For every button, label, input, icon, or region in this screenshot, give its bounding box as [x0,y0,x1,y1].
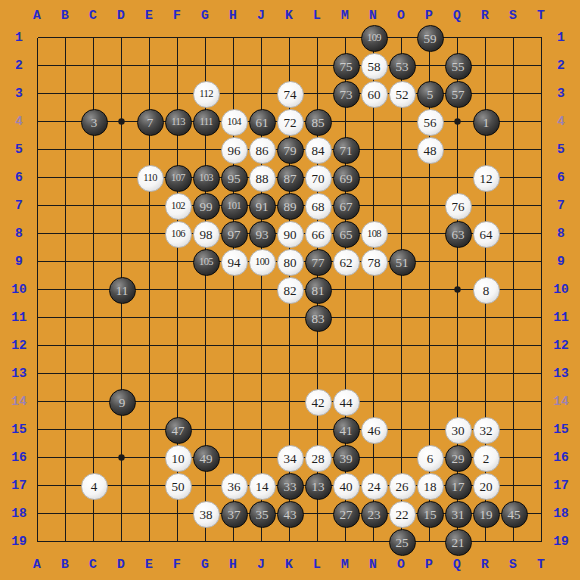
row-label-left-1: 1 [15,30,23,45]
col-label-bottom-F: F [173,557,181,572]
stone-move-number: 97 [228,228,241,241]
stone-black-M3[interactable]: 73 [333,81,360,108]
stone-move-number: 21 [452,536,465,549]
stone-black-M8[interactable]: 65 [333,221,360,248]
stone-black-G4[interactable]: 111 [193,109,220,136]
stone-white-R16[interactable]: 2 [473,445,500,472]
stone-black-J7[interactable]: 91 [249,193,276,220]
stone-black-M2[interactable]: 75 [333,53,360,80]
stone-move-number: 105 [199,257,213,268]
stone-move-number: 37 [228,508,241,521]
row-label-right-17: 17 [553,478,569,493]
col-label-bottom-P: P [425,557,433,572]
stone-black-Q2[interactable]: 55 [445,53,472,80]
stone-white-N15[interactable]: 46 [361,417,388,444]
stone-black-Q8[interactable]: 63 [445,221,472,248]
stone-black-S18[interactable]: 45 [501,501,528,528]
stone-white-L16[interactable]: 28 [305,445,332,472]
stone-move-number: 4 [91,480,98,493]
stone-move-number: 39 [340,452,353,465]
stone-black-K7[interactable]: 89 [277,193,304,220]
stone-white-J17[interactable]: 14 [249,473,276,500]
col-label-top-D: D [117,8,125,23]
stone-black-L17[interactable]: 13 [305,473,332,500]
row-label-left-4: 4 [15,114,23,129]
stone-black-L4[interactable]: 85 [305,109,332,136]
row-label-left-2: 2 [15,58,23,73]
row-label-right-5: 5 [557,142,565,157]
row-label-left-9: 9 [15,254,23,269]
stone-move-number: 32 [480,424,493,437]
stone-move-number: 86 [256,144,269,157]
stone-move-number: 55 [452,60,465,73]
stone-black-H8[interactable]: 97 [221,221,248,248]
row-label-left-11: 11 [11,310,27,325]
col-label-bottom-Q: Q [453,557,461,572]
stone-black-O2[interactable]: 53 [389,53,416,80]
stone-move-number: 82 [284,284,297,297]
stone-move-number: 64 [480,228,493,241]
row-label-left-18: 18 [11,506,27,521]
stone-move-number: 31 [452,508,465,521]
col-label-bottom-D: D [117,557,125,572]
stone-move-number: 20 [480,480,493,493]
stone-move-number: 80 [284,256,297,269]
stone-white-N17[interactable]: 24 [361,473,388,500]
stone-black-M7[interactable]: 67 [333,193,360,220]
row-label-right-14: 14 [553,394,569,409]
stone-move-number: 75 [340,60,353,73]
row-label-left-15: 15 [11,422,27,437]
stone-white-R17[interactable]: 20 [473,473,500,500]
stone-white-L14[interactable]: 42 [305,389,332,416]
col-label-bottom-M: M [341,557,349,572]
stone-black-N18[interactable]: 23 [361,501,388,528]
stone-move-number: 27 [340,508,353,521]
stone-white-P5[interactable]: 48 [417,137,444,164]
stone-white-M17[interactable]: 40 [333,473,360,500]
col-label-top-C: C [89,8,97,23]
stone-move-number: 14 [256,480,269,493]
stone-white-K9[interactable]: 80 [277,249,304,276]
col-label-bottom-N: N [369,557,377,572]
stone-move-number: 22 [396,508,409,521]
stone-move-number: 83 [312,312,325,325]
stone-move-number: 57 [452,88,465,101]
stone-move-number: 106 [171,229,185,240]
row-label-right-9: 9 [557,254,565,269]
stone-move-number: 48 [424,144,437,157]
stone-move-number: 46 [368,424,381,437]
stone-white-N2[interactable]: 58 [361,53,388,80]
stone-move-number: 71 [340,144,353,157]
stone-black-F4[interactable]: 113 [165,109,192,136]
stone-move-number: 2 [483,452,490,465]
stone-move-number: 84 [312,144,325,157]
row-label-left-19: 19 [11,534,27,549]
stone-white-R10[interactable]: 8 [473,277,500,304]
col-label-bottom-E: E [145,557,153,572]
stone-move-number: 56 [424,116,437,129]
row-label-right-8: 8 [557,226,565,241]
stone-move-number: 38 [200,508,213,521]
stone-black-M16[interactable]: 39 [333,445,360,472]
stone-white-H9[interactable]: 94 [221,249,248,276]
stone-move-number: 36 [228,480,241,493]
stone-move-number: 3 [91,116,98,129]
stone-move-number: 81 [312,284,325,297]
col-label-top-G: G [201,8,209,23]
stone-move-number: 8 [483,284,490,297]
stone-black-O9[interactable]: 51 [389,249,416,276]
star-point-Q10 [454,286,460,292]
stone-move-number: 15 [424,508,437,521]
col-label-bottom-J: J [257,557,265,572]
stone-black-K18[interactable]: 43 [277,501,304,528]
stone-move-number: 72 [284,116,297,129]
stone-white-G8[interactable]: 98 [193,221,220,248]
star-point-D16 [118,454,124,460]
stone-move-number: 58 [368,60,381,73]
stone-black-E4[interactable]: 7 [137,109,164,136]
stone-move-number: 102 [171,201,185,212]
stone-move-number: 29 [452,452,465,465]
stone-move-number: 67 [340,200,353,213]
stone-black-M6[interactable]: 69 [333,165,360,192]
stone-move-number: 100 [255,257,269,268]
col-label-top-F: F [173,8,181,23]
stone-black-H18[interactable]: 37 [221,501,248,528]
stone-black-L9[interactable]: 77 [305,249,332,276]
row-label-left-12: 12 [11,338,27,353]
stone-black-Q3[interactable]: 57 [445,81,472,108]
stone-move-number: 89 [284,200,297,213]
col-label-bottom-C: C [89,557,97,572]
stone-white-J6[interactable]: 88 [249,165,276,192]
stone-move-number: 65 [340,228,353,241]
stone-white-L7[interactable]: 68 [305,193,332,220]
stone-move-number: 19 [480,508,493,521]
col-label-bottom-O: O [397,557,405,572]
row-label-right-16: 16 [553,450,569,465]
col-label-bottom-S: S [509,557,517,572]
stone-move-number: 17 [452,480,465,493]
stone-white-J5[interactable]: 86 [249,137,276,164]
stone-black-G16[interactable]: 49 [193,445,220,472]
stone-white-H17[interactable]: 36 [221,473,248,500]
stone-white-Q7[interactable]: 76 [445,193,472,220]
stone-move-number: 107 [171,173,185,184]
stone-white-J9[interactable]: 100 [249,249,276,276]
stone-white-K10[interactable]: 82 [277,277,304,304]
stone-move-number: 70 [312,172,325,185]
go-board[interactable]: AABBCCDDEEFFGGHHJJKKLLMMNNOOPPQQRRSSTT11… [0,0,580,580]
row-label-left-6: 6 [15,170,23,185]
col-label-top-H: H [229,8,237,23]
row-label-right-10: 10 [553,282,569,297]
row-label-right-2: 2 [557,58,565,73]
stone-move-number: 43 [284,508,297,521]
col-label-bottom-R: R [481,557,489,572]
stone-move-number: 87 [284,172,297,185]
col-label-top-Q: Q [453,8,461,23]
stone-black-L10[interactable]: 81 [305,277,332,304]
stone-black-G9[interactable]: 105 [193,249,220,276]
row-label-right-19: 19 [553,534,569,549]
stone-white-R8[interactable]: 64 [473,221,500,248]
stone-move-number: 63 [452,228,465,241]
stone-black-F15[interactable]: 47 [165,417,192,444]
stone-black-H6[interactable]: 95 [221,165,248,192]
stone-white-F17[interactable]: 50 [165,473,192,500]
stone-white-H4[interactable]: 104 [221,109,248,136]
stone-move-number: 13 [312,480,325,493]
stone-move-number: 62 [340,256,353,269]
stone-black-N1[interactable]: 109 [361,25,388,52]
stone-white-P4[interactable]: 56 [417,109,444,136]
stone-black-K6[interactable]: 87 [277,165,304,192]
stone-move-number: 61 [256,116,269,129]
stone-move-number: 90 [284,228,297,241]
stone-move-number: 76 [452,200,465,213]
stone-move-number: 45 [508,508,521,521]
stone-white-K16[interactable]: 34 [277,445,304,472]
col-label-top-M: M [341,8,349,23]
row-label-right-11: 11 [553,310,569,325]
stone-white-N9[interactable]: 78 [361,249,388,276]
stone-move-number: 33 [284,480,297,493]
stone-black-P18[interactable]: 15 [417,501,444,528]
col-label-top-B: B [61,8,69,23]
col-label-bottom-H: H [229,557,237,572]
stone-white-G18[interactable]: 38 [193,501,220,528]
stone-white-M9[interactable]: 62 [333,249,360,276]
row-label-left-3: 3 [15,86,23,101]
col-label-bottom-B: B [61,557,69,572]
row-label-right-7: 7 [557,198,565,213]
stone-move-number: 88 [256,172,269,185]
stone-move-number: 60 [368,88,381,101]
row-label-left-10: 10 [11,282,27,297]
col-label-top-S: S [509,8,517,23]
stone-move-number: 44 [340,396,353,409]
stone-white-O3[interactable]: 52 [389,81,416,108]
col-label-top-J: J [257,8,265,23]
stone-white-R6[interactable]: 12 [473,165,500,192]
stone-move-number: 40 [340,480,353,493]
stone-move-number: 78 [368,256,381,269]
row-label-right-3: 3 [557,86,565,101]
stone-black-G7[interactable]: 99 [193,193,220,220]
stone-move-number: 112 [199,89,213,100]
stone-move-number: 7 [147,116,154,129]
stone-white-L6[interactable]: 70 [305,165,332,192]
stone-move-number: 10 [172,452,185,465]
stone-black-D10[interactable]: 11 [109,277,136,304]
col-label-top-N: N [369,8,377,23]
stone-move-number: 77 [312,256,325,269]
stone-move-number: 94 [228,256,241,269]
stone-move-number: 66 [312,228,325,241]
row-label-right-18: 18 [553,506,569,521]
stone-move-number: 110 [143,173,157,184]
stone-move-number: 73 [340,88,353,101]
col-label-bottom-K: K [285,557,293,572]
stone-move-number: 108 [367,229,381,240]
stone-black-Q17[interactable]: 17 [445,473,472,500]
stone-black-Q19[interactable]: 21 [445,529,472,556]
stone-white-K4[interactable]: 72 [277,109,304,136]
col-label-top-O: O [397,8,405,23]
col-label-bottom-A: A [33,557,41,572]
stone-move-number: 51 [396,256,409,269]
stone-white-M14[interactable]: 44 [333,389,360,416]
star-point-D4 [118,118,124,124]
stone-move-number: 42 [312,396,325,409]
stone-move-number: 101 [227,201,241,212]
row-label-left-16: 16 [11,450,27,465]
stone-white-K8[interactable]: 90 [277,221,304,248]
stone-move-number: 104 [227,117,241,128]
stone-move-number: 109 [367,33,381,44]
stone-black-Q16[interactable]: 29 [445,445,472,472]
stone-black-F6[interactable]: 107 [165,165,192,192]
stone-black-R18[interactable]: 19 [473,501,500,528]
stone-white-F16[interactable]: 10 [165,445,192,472]
col-label-top-A: A [33,8,41,23]
stone-move-number: 30 [452,424,465,437]
stone-move-number: 79 [284,144,297,157]
stone-move-number: 103 [199,173,213,184]
stone-move-number: 24 [368,480,381,493]
col-label-top-K: K [285,8,293,23]
stone-move-number: 53 [396,60,409,73]
col-label-top-R: R [481,8,489,23]
stone-move-number: 18 [424,480,437,493]
stone-move-number: 111 [199,117,212,128]
stone-move-number: 69 [340,172,353,185]
stone-white-L5[interactable]: 84 [305,137,332,164]
stone-move-number: 91 [256,200,269,213]
col-label-bottom-T: T [537,557,545,572]
stone-black-K17[interactable]: 33 [277,473,304,500]
stone-move-number: 6 [427,452,434,465]
stone-move-number: 98 [200,228,213,241]
stone-white-O17[interactable]: 26 [389,473,416,500]
stone-move-number: 50 [172,480,185,493]
stone-white-H5[interactable]: 96 [221,137,248,164]
row-label-left-8: 8 [15,226,23,241]
stone-white-G3[interactable]: 112 [193,81,220,108]
stone-white-Q15[interactable]: 30 [445,417,472,444]
stone-black-R4[interactable]: 1 [473,109,500,136]
stone-move-number: 74 [284,88,297,101]
row-label-right-13: 13 [553,366,569,381]
row-label-right-6: 6 [557,170,565,185]
stone-move-number: 28 [312,452,325,465]
row-label-left-13: 13 [11,366,27,381]
stone-move-number: 93 [256,228,269,241]
stone-white-P17[interactable]: 18 [417,473,444,500]
stone-black-M18[interactable]: 27 [333,501,360,528]
row-label-right-4: 4 [557,114,565,129]
col-label-top-L: L [313,8,321,23]
stone-black-J18[interactable]: 35 [249,501,276,528]
stone-white-C17[interactable]: 4 [81,473,108,500]
stone-move-number: 26 [396,480,409,493]
stone-move-number: 96 [228,144,241,157]
stone-black-D14[interactable]: 9 [109,389,136,416]
stone-black-Q18[interactable]: 31 [445,501,472,528]
stone-black-M15[interactable]: 41 [333,417,360,444]
stone-move-number: 95 [228,172,241,185]
stone-move-number: 23 [368,508,381,521]
stone-move-number: 34 [284,452,297,465]
stone-move-number: 68 [312,200,325,213]
stone-move-number: 25 [396,536,409,549]
row-label-right-1: 1 [557,30,565,45]
stone-move-number: 9 [119,396,126,409]
col-label-bottom-G: G [201,557,209,572]
stone-move-number: 59 [424,32,437,45]
stone-move-number: 12 [480,172,493,185]
stone-black-P1[interactable]: 59 [417,25,444,52]
stone-black-C4[interactable]: 3 [81,109,108,136]
row-label-left-14: 14 [11,394,27,409]
stone-move-number: 5 [427,88,434,101]
stone-move-number: 52 [396,88,409,101]
stone-white-F7[interactable]: 102 [165,193,192,220]
col-label-top-E: E [145,8,153,23]
stone-white-F8[interactable]: 106 [165,221,192,248]
star-point-Q4 [454,118,460,124]
row-label-right-12: 12 [553,338,569,353]
row-label-right-15: 15 [553,422,569,437]
stone-black-G6[interactable]: 103 [193,165,220,192]
stone-move-number: 47 [172,424,185,437]
stone-move-number: 41 [340,424,353,437]
stone-white-R15[interactable]: 32 [473,417,500,444]
stone-black-H7[interactable]: 101 [221,193,248,220]
stone-black-O19[interactable]: 25 [389,529,416,556]
stone-white-K3[interactable]: 74 [277,81,304,108]
stone-white-O18[interactable]: 22 [389,501,416,528]
stone-black-L11[interactable]: 83 [305,305,332,332]
col-label-top-T: T [537,8,545,23]
row-label-left-17: 17 [11,478,27,493]
stone-move-number: 85 [312,116,325,129]
stone-move-number: 11 [116,284,129,297]
col-label-bottom-L: L [313,557,321,572]
stone-black-K5[interactable]: 79 [277,137,304,164]
col-label-top-P: P [425,8,433,23]
stone-black-P3[interactable]: 5 [417,81,444,108]
stone-black-M5[interactable]: 71 [333,137,360,164]
stone-white-E6[interactable]: 110 [137,165,164,192]
stone-white-N8[interactable]: 108 [361,221,388,248]
row-label-left-5: 5 [15,142,23,157]
stone-move-number: 113 [171,117,185,128]
stone-move-number: 35 [256,508,269,521]
stone-white-L8[interactable]: 66 [305,221,332,248]
stone-move-number: 49 [200,452,213,465]
stone-white-N3[interactable]: 60 [361,81,388,108]
stone-move-number: 1 [483,116,490,129]
stone-black-J4[interactable]: 61 [249,109,276,136]
row-label-left-7: 7 [15,198,23,213]
stone-white-P16[interactable]: 6 [417,445,444,472]
stone-black-J8[interactable]: 93 [249,221,276,248]
